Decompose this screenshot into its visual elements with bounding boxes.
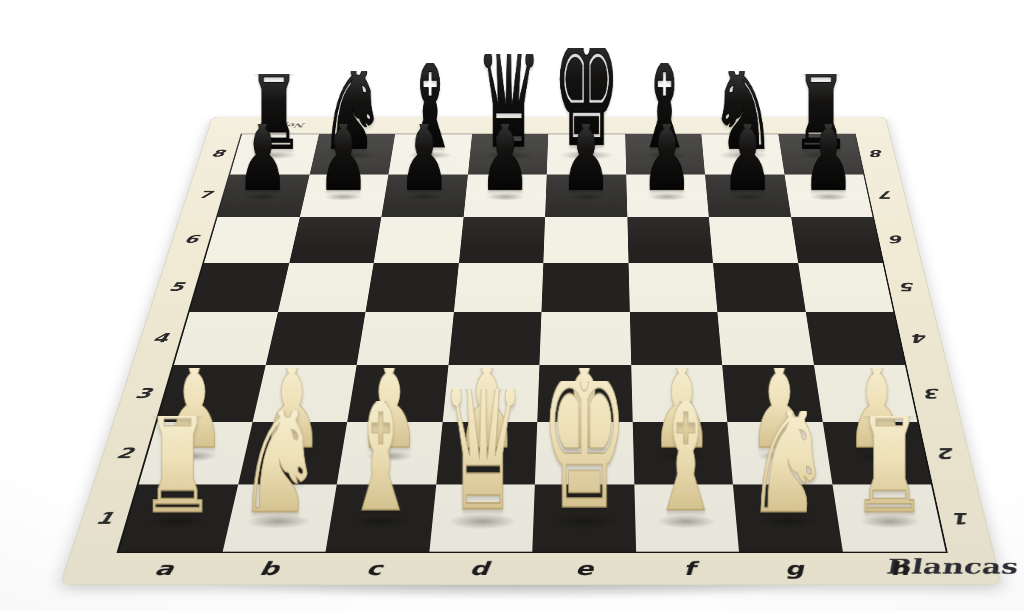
square-a6 xyxy=(204,217,299,263)
square-h5 xyxy=(798,263,894,312)
square-g5 xyxy=(713,263,805,312)
rank-label-right-5: 5 xyxy=(900,280,917,294)
perspective-scene: Blancas Negras abcdefgh1122334455667788♜… xyxy=(0,0,1024,611)
square-d5 xyxy=(453,263,543,312)
square-c5 xyxy=(366,263,459,312)
piece-stand: ♜ xyxy=(784,416,995,519)
file-label-bottom-e: e xyxy=(575,558,593,579)
rank-label-left-6: 6 xyxy=(182,233,200,246)
photo-background: Blancas Negras abcdefgh1122334455667788♜… xyxy=(0,0,1024,611)
file-label-bottom-b: b xyxy=(258,558,281,579)
square-b6 xyxy=(289,217,381,263)
file-label-bottom-h: h xyxy=(887,558,910,579)
file-label-bottom-c: c xyxy=(365,558,384,579)
square-h6 xyxy=(791,217,883,263)
rank-label-right-4: 4 xyxy=(911,331,929,346)
file-label-bottom-d: d xyxy=(469,558,490,579)
piece-stand: ♟ xyxy=(745,124,913,195)
square-b5 xyxy=(278,263,374,312)
square-f5 xyxy=(628,263,717,312)
square-a5 xyxy=(190,263,289,312)
file-label-bottom-a: a xyxy=(152,558,176,579)
black-pawn-glyph: ♟ xyxy=(803,103,854,206)
square-c6 xyxy=(374,217,464,263)
file-label-bottom-f: f xyxy=(683,558,696,579)
square-g6 xyxy=(709,217,798,263)
file-label-bottom-g: g xyxy=(783,558,805,579)
square-f6 xyxy=(627,217,713,263)
rank-label-left-5: 5 xyxy=(167,280,185,294)
white-rook-glyph: ♜ xyxy=(851,383,929,535)
rank-label-right-6: 6 xyxy=(889,233,906,246)
square-d6 xyxy=(459,217,546,263)
square-e6 xyxy=(543,217,628,263)
chess-board-mat: Blancas Negras abcdefgh1122334455667788♜… xyxy=(60,117,1002,585)
